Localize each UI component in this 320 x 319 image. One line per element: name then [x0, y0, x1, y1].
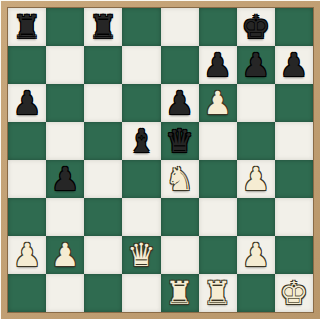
square-a4[interactable] [8, 160, 46, 198]
square-h8[interactable] [275, 8, 313, 46]
square-d1[interactable] [122, 274, 160, 312]
square-f1[interactable]: ♜ [199, 274, 237, 312]
square-a8[interactable]: ♜ [8, 8, 46, 46]
square-f7[interactable]: ♟ [199, 46, 237, 84]
square-b5[interactable] [46, 122, 84, 160]
chess-board: ♜♜♚♟♟♟♟♟♟♝♛♟♞♟♟♟♛♟♜♜♚ [7, 7, 314, 313]
square-g1[interactable] [237, 274, 275, 312]
white-pawn-g2[interactable]: ♟ [241, 239, 270, 271]
square-f2[interactable] [199, 236, 237, 274]
square-h5[interactable] [275, 122, 313, 160]
square-c2[interactable] [84, 236, 122, 274]
square-f6[interactable]: ♟ [199, 84, 237, 122]
black-bishop-d5[interactable]: ♝ [127, 125, 156, 157]
black-rook-a8[interactable]: ♜ [13, 11, 42, 43]
square-h7[interactable]: ♟ [275, 46, 313, 84]
square-a6[interactable]: ♟ [8, 84, 46, 122]
square-b8[interactable] [46, 8, 84, 46]
white-knight-e4[interactable]: ♞ [165, 163, 194, 195]
square-g8[interactable]: ♚ [237, 8, 275, 46]
square-a3[interactable] [8, 198, 46, 236]
square-d2[interactable]: ♛ [122, 236, 160, 274]
square-e1[interactable]: ♜ [161, 274, 199, 312]
square-g7[interactable]: ♟ [237, 46, 275, 84]
square-c6[interactable] [84, 84, 122, 122]
square-d4[interactable] [122, 160, 160, 198]
white-pawn-b2[interactable]: ♟ [51, 239, 80, 271]
square-b6[interactable] [46, 84, 84, 122]
square-b2[interactable]: ♟ [46, 236, 84, 274]
square-c5[interactable] [84, 122, 122, 160]
square-h2[interactable] [275, 236, 313, 274]
square-d7[interactable] [122, 46, 160, 84]
square-a1[interactable] [8, 274, 46, 312]
black-pawn-a6[interactable]: ♟ [13, 87, 42, 119]
square-e3[interactable] [161, 198, 199, 236]
square-d3[interactable] [122, 198, 160, 236]
black-queen-e5[interactable]: ♛ [165, 125, 194, 157]
black-pawn-b4[interactable]: ♟ [51, 163, 80, 195]
square-h6[interactable] [275, 84, 313, 122]
black-pawn-h7[interactable]: ♟ [280, 49, 309, 81]
black-king-g8[interactable]: ♚ [241, 11, 270, 43]
square-e4[interactable]: ♞ [161, 160, 199, 198]
square-d8[interactable] [122, 8, 160, 46]
black-pawn-f7[interactable]: ♟ [203, 49, 232, 81]
black-rook-c8[interactable]: ♜ [89, 11, 118, 43]
square-d5[interactable]: ♝ [122, 122, 160, 160]
square-h1[interactable]: ♚ [275, 274, 313, 312]
black-pawn-g7[interactable]: ♟ [241, 49, 270, 81]
square-b7[interactable] [46, 46, 84, 84]
square-b1[interactable] [46, 274, 84, 312]
square-e2[interactable] [161, 236, 199, 274]
square-a7[interactable] [8, 46, 46, 84]
white-queen-d2[interactable]: ♛ [127, 239, 156, 271]
square-c3[interactable] [84, 198, 122, 236]
square-h4[interactable] [275, 160, 313, 198]
black-pawn-e6[interactable]: ♟ [165, 87, 194, 119]
square-f5[interactable] [199, 122, 237, 160]
square-a2[interactable]: ♟ [8, 236, 46, 274]
square-c4[interactable] [84, 160, 122, 198]
square-g6[interactable] [237, 84, 275, 122]
white-pawn-f6[interactable]: ♟ [203, 87, 232, 119]
square-e8[interactable] [161, 8, 199, 46]
square-c7[interactable] [84, 46, 122, 84]
white-pawn-g4[interactable]: ♟ [241, 163, 270, 195]
square-g5[interactable] [237, 122, 275, 160]
board-frame: ♜♜♚♟♟♟♟♟♟♝♛♟♞♟♟♟♛♟♜♜♚ [0, 0, 320, 319]
square-g4[interactable]: ♟ [237, 160, 275, 198]
square-e7[interactable] [161, 46, 199, 84]
square-g2[interactable]: ♟ [237, 236, 275, 274]
square-e6[interactable]: ♟ [161, 84, 199, 122]
square-e5[interactable]: ♛ [161, 122, 199, 160]
white-king-h1[interactable]: ♚ [280, 277, 309, 309]
square-f4[interactable] [199, 160, 237, 198]
square-b3[interactable] [46, 198, 84, 236]
square-f3[interactable] [199, 198, 237, 236]
square-c8[interactable]: ♜ [84, 8, 122, 46]
white-rook-f1[interactable]: ♜ [203, 277, 232, 309]
white-rook-e1[interactable]: ♜ [165, 277, 194, 309]
square-a5[interactable] [8, 122, 46, 160]
square-f8[interactable] [199, 8, 237, 46]
square-g3[interactable] [237, 198, 275, 236]
square-d6[interactable] [122, 84, 160, 122]
square-b4[interactable]: ♟ [46, 160, 84, 198]
square-c1[interactable] [84, 274, 122, 312]
white-pawn-a2[interactable]: ♟ [13, 239, 42, 271]
square-h3[interactable] [275, 198, 313, 236]
